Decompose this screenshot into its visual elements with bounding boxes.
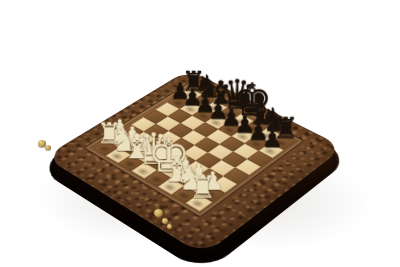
brass-clasp-left — [38, 137, 56, 153]
chess-board-box: ♜♞♝♛♚♝♞♜♟♟♟♟♟♟♟♟♟♟♟♟♟♟♟♟♜♞♝♛♚♝♞♜ — [44, 69, 343, 255]
brass-knob-icon — [162, 218, 168, 224]
brass-clasp-front — [152, 209, 174, 231]
piece-black-pawn-h7[interactable]: ♟ — [262, 127, 280, 151]
piece-white-rook-h1[interactable]: ♜ — [189, 172, 208, 203]
square-h1[interactable]: ♜ — [186, 194, 213, 212]
product-photo-scene: ♜♞♝♛♚♝♞♜♟♟♟♟♟♟♟♟♟♟♟♟♟♟♟♟♜♞♝♛♚♝♞♜ — [0, 0, 400, 267]
brass-knob-icon — [45, 145, 51, 150]
brass-knob-icon — [154, 209, 163, 217]
brass-knob-icon — [167, 224, 172, 229]
